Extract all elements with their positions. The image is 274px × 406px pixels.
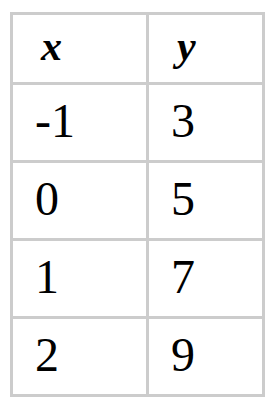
xy-value-table: x y -1 3 0 5 1 7 2 9 xyxy=(10,12,265,397)
table-row: -1 3 xyxy=(12,84,264,162)
header-y: y xyxy=(148,14,264,84)
cell-y: 3 xyxy=(148,84,264,162)
cell-x: 2 xyxy=(12,318,148,396)
table-header: x y xyxy=(12,14,264,84)
table-body: -1 3 0 5 1 7 2 9 xyxy=(12,84,264,396)
header-row: x y xyxy=(12,14,264,84)
cell-y: 9 xyxy=(148,318,264,396)
cell-x: 0 xyxy=(12,162,148,240)
cell-y: 5 xyxy=(148,162,264,240)
cell-x: -1 xyxy=(12,84,148,162)
header-x: x xyxy=(12,14,148,84)
table-row: 0 5 xyxy=(12,162,264,240)
cell-x: 1 xyxy=(12,240,148,318)
cell-y: 7 xyxy=(148,240,264,318)
table-row: 2 9 xyxy=(12,318,264,396)
table-row: 1 7 xyxy=(12,240,264,318)
